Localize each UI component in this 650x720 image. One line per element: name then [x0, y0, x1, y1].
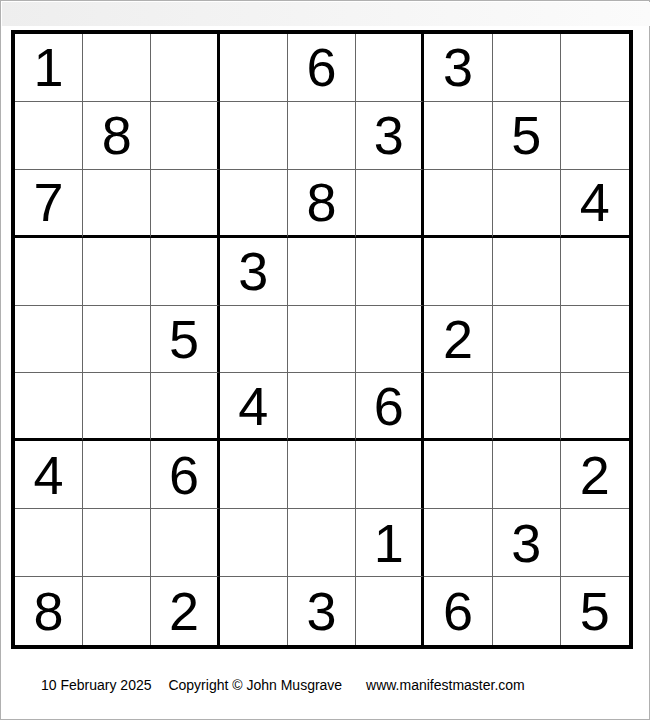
cell-r9c8[interactable]: [493, 577, 561, 645]
cell-r4c7[interactable]: [424, 238, 492, 306]
cell-r5c6[interactable]: [356, 306, 424, 374]
cell-r9c3[interactable]: 2: [151, 577, 219, 645]
cell-r7c8[interactable]: [493, 441, 561, 509]
cell-r5c2[interactable]: [83, 306, 151, 374]
sudoku-board: 163835784352464621382365: [11, 30, 633, 649]
cell-r8c3[interactable]: [151, 509, 219, 577]
cell-r7c2[interactable]: [83, 441, 151, 509]
cell-r8c7[interactable]: [424, 509, 492, 577]
cell-r7c5[interactable]: [288, 441, 356, 509]
footer-copyright: Copyright © John Musgrave: [168, 677, 342, 693]
cell-r2c5[interactable]: [288, 102, 356, 170]
cell-r2c3[interactable]: [151, 102, 219, 170]
cell-r9c4[interactable]: [220, 577, 288, 645]
cell-r2c1[interactable]: [15, 102, 83, 170]
cell-r6c5[interactable]: [288, 373, 356, 441]
cell-r7c3[interactable]: 6: [151, 441, 219, 509]
cell-r7c1[interactable]: 4: [15, 441, 83, 509]
cell-r1c3[interactable]: [151, 34, 219, 102]
cell-r1c4[interactable]: [220, 34, 288, 102]
cell-r6c6[interactable]: 6: [356, 373, 424, 441]
cell-r5c4[interactable]: [220, 306, 288, 374]
cell-r8c8[interactable]: 3: [493, 509, 561, 577]
cell-r5c8[interactable]: [493, 306, 561, 374]
cell-r3c1[interactable]: 7: [15, 170, 83, 238]
cell-r9c7[interactable]: 6: [424, 577, 492, 645]
cell-r9c1[interactable]: 8: [15, 577, 83, 645]
cell-r1c5[interactable]: 6: [288, 34, 356, 102]
cell-r8c2[interactable]: [83, 509, 151, 577]
cell-r6c8[interactable]: [493, 373, 561, 441]
cell-r6c3[interactable]: [151, 373, 219, 441]
cell-r8c9[interactable]: [561, 509, 629, 577]
cell-r4c8[interactable]: [493, 238, 561, 306]
cell-r7c7[interactable]: [424, 441, 492, 509]
cell-r2c8[interactable]: 5: [493, 102, 561, 170]
cell-r6c9[interactable]: [561, 373, 629, 441]
footer-website: www.manifestmaster.com: [366, 677, 525, 693]
cell-r7c9[interactable]: 2: [561, 441, 629, 509]
cell-r9c9[interactable]: 5: [561, 577, 629, 645]
cell-r8c4[interactable]: [220, 509, 288, 577]
cell-r4c5[interactable]: [288, 238, 356, 306]
cell-r9c6[interactable]: [356, 577, 424, 645]
cell-r6c2[interactable]: [83, 373, 151, 441]
cell-r8c5[interactable]: [288, 509, 356, 577]
cell-r1c7[interactable]: 3: [424, 34, 492, 102]
page-frame: 163835784352464621382365 10 February 202…: [0, 0, 650, 720]
cell-r3c3[interactable]: [151, 170, 219, 238]
cell-r2c4[interactable]: [220, 102, 288, 170]
cell-r5c5[interactable]: [288, 306, 356, 374]
cell-r4c3[interactable]: [151, 238, 219, 306]
cell-r4c1[interactable]: [15, 238, 83, 306]
cell-r3c4[interactable]: [220, 170, 288, 238]
page-top-strip: [2, 2, 650, 26]
cell-r3c9[interactable]: 4: [561, 170, 629, 238]
cell-r4c6[interactable]: [356, 238, 424, 306]
footer: 10 February 2025 Copyright © John Musgra…: [41, 677, 525, 693]
cell-r3c5[interactable]: 8: [288, 170, 356, 238]
cell-r1c8[interactable]: [493, 34, 561, 102]
cell-r4c2[interactable]: [83, 238, 151, 306]
cell-r6c1[interactable]: [15, 373, 83, 441]
cell-r2c6[interactable]: 3: [356, 102, 424, 170]
cell-r9c2[interactable]: [83, 577, 151, 645]
cell-r8c6[interactable]: 1: [356, 509, 424, 577]
cell-r6c4[interactable]: 4: [220, 373, 288, 441]
cell-r5c3[interactable]: 5: [151, 306, 219, 374]
cell-r3c8[interactable]: [493, 170, 561, 238]
cell-r3c2[interactable]: [83, 170, 151, 238]
cell-r5c7[interactable]: 2: [424, 306, 492, 374]
cell-r1c6[interactable]: [356, 34, 424, 102]
cell-r4c4[interactable]: 3: [220, 238, 288, 306]
cell-r6c7[interactable]: [424, 373, 492, 441]
cell-r7c6[interactable]: [356, 441, 424, 509]
cell-r9c5[interactable]: 3: [288, 577, 356, 645]
cell-r5c1[interactable]: [15, 306, 83, 374]
footer-date: 10 February 2025: [41, 677, 152, 693]
cell-r2c9[interactable]: [561, 102, 629, 170]
cell-r5c9[interactable]: [561, 306, 629, 374]
cell-r8c1[interactable]: [15, 509, 83, 577]
cell-r7c4[interactable]: [220, 441, 288, 509]
cell-r3c6[interactable]: [356, 170, 424, 238]
cell-r1c2[interactable]: [83, 34, 151, 102]
cell-r3c7[interactable]: [424, 170, 492, 238]
cell-r1c1[interactable]: 1: [15, 34, 83, 102]
cell-r1c9[interactable]: [561, 34, 629, 102]
cell-r2c7[interactable]: [424, 102, 492, 170]
cell-r2c2[interactable]: 8: [83, 102, 151, 170]
cell-r4c9[interactable]: [561, 238, 629, 306]
